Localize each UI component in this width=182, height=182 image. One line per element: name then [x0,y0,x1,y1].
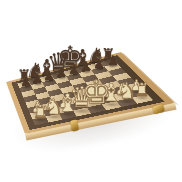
chess-set-photo: ♜♞♝♛♚♝♞♜♟♟♟♟♟♟♟♟♟♟♟♟♟♟♟♟♜♞♝♛♚♝♞♜ [0,0,182,182]
piece-shadow [107,65,118,68]
piece-shadow [135,96,149,100]
front-clasp [70,120,79,132]
piece-shadow [88,63,104,67]
piece-shadow [58,106,70,109]
piece-shadow [102,60,115,64]
piece-shadow [74,66,91,71]
piece-shadow [45,109,57,112]
piece-shadow [118,99,136,104]
piece-shadow [94,68,105,71]
piece-shadow [72,103,84,106]
piece-shadow [116,94,128,97]
piece-shadow [32,112,44,115]
piece-shadow [33,118,47,122]
piece-shadow [131,90,143,93]
